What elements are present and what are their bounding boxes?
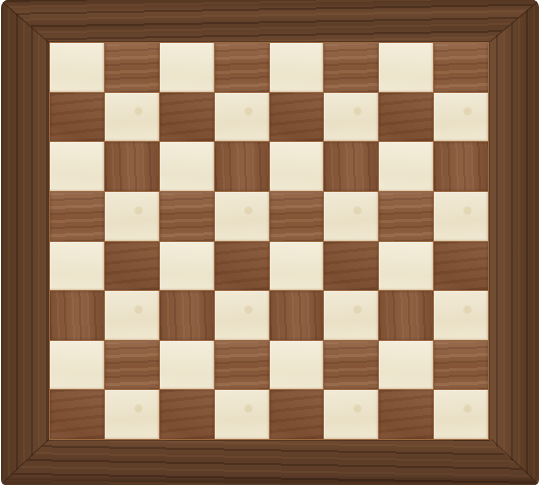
- square-c2[interactable]: [160, 341, 214, 390]
- board-frame-top: [1, 0, 539, 42]
- chessboard-photo: [0, 0, 540, 488]
- square-c4[interactable]: [160, 242, 214, 291]
- square-f2[interactable]: [324, 341, 378, 390]
- square-g8[interactable]: [379, 43, 433, 92]
- square-h1[interactable]: [434, 390, 488, 439]
- square-a6[interactable]: [50, 142, 104, 191]
- square-g7[interactable]: [379, 93, 433, 142]
- square-h5[interactable]: [434, 192, 488, 241]
- square-d6[interactable]: [215, 142, 269, 191]
- board-frame: [1, 0, 539, 485]
- square-d2[interactable]: [215, 341, 269, 390]
- square-g5[interactable]: [379, 192, 433, 241]
- square-f3[interactable]: [324, 291, 378, 340]
- square-d1[interactable]: [215, 390, 269, 439]
- square-f5[interactable]: [324, 192, 378, 241]
- square-d5[interactable]: [215, 192, 269, 241]
- square-h4[interactable]: [434, 242, 488, 291]
- square-c7[interactable]: [160, 93, 214, 142]
- square-g1[interactable]: [379, 390, 433, 439]
- square-b2[interactable]: [105, 341, 159, 390]
- square-h2[interactable]: [434, 341, 488, 390]
- square-g2[interactable]: [379, 341, 433, 390]
- square-h7[interactable]: [434, 93, 488, 142]
- square-b7[interactable]: [105, 93, 159, 142]
- square-d3[interactable]: [215, 291, 269, 340]
- square-f4[interactable]: [324, 242, 378, 291]
- square-c3[interactable]: [160, 291, 214, 340]
- square-e4[interactable]: [270, 242, 324, 291]
- square-f8[interactable]: [324, 43, 378, 92]
- square-c1[interactable]: [160, 390, 214, 439]
- square-a3[interactable]: [50, 291, 104, 340]
- square-d4[interactable]: [215, 242, 269, 291]
- square-b4[interactable]: [105, 242, 159, 291]
- square-g3[interactable]: [379, 291, 433, 340]
- square-a2[interactable]: [50, 341, 104, 390]
- square-e1[interactable]: [270, 390, 324, 439]
- square-a5[interactable]: [50, 192, 104, 241]
- square-e7[interactable]: [270, 93, 324, 142]
- square-b5[interactable]: [105, 192, 159, 241]
- square-e6[interactable]: [270, 142, 324, 191]
- square-f1[interactable]: [324, 390, 378, 439]
- square-b3[interactable]: [105, 291, 159, 340]
- square-f7[interactable]: [324, 93, 378, 142]
- square-d8[interactable]: [215, 43, 269, 92]
- square-b6[interactable]: [105, 142, 159, 191]
- square-h8[interactable]: [434, 43, 488, 92]
- chessboard-grid: [49, 42, 489, 440]
- square-c6[interactable]: [160, 142, 214, 191]
- square-a8[interactable]: [50, 43, 104, 92]
- square-a1[interactable]: [50, 390, 104, 439]
- square-h3[interactable]: [434, 291, 488, 340]
- square-a7[interactable]: [50, 93, 104, 142]
- square-e5[interactable]: [270, 192, 324, 241]
- square-b1[interactable]: [105, 390, 159, 439]
- board-frame-bottom: [1, 440, 539, 485]
- square-c8[interactable]: [160, 43, 214, 92]
- square-d7[interactable]: [215, 93, 269, 142]
- square-f6[interactable]: [324, 142, 378, 191]
- square-a4[interactable]: [50, 242, 104, 291]
- square-b8[interactable]: [105, 43, 159, 92]
- square-g6[interactable]: [379, 142, 433, 191]
- square-e8[interactable]: [270, 43, 324, 92]
- square-g4[interactable]: [379, 242, 433, 291]
- square-e2[interactable]: [270, 341, 324, 390]
- square-c5[interactable]: [160, 192, 214, 241]
- square-e3[interactable]: [270, 291, 324, 340]
- square-h6[interactable]: [434, 142, 488, 191]
